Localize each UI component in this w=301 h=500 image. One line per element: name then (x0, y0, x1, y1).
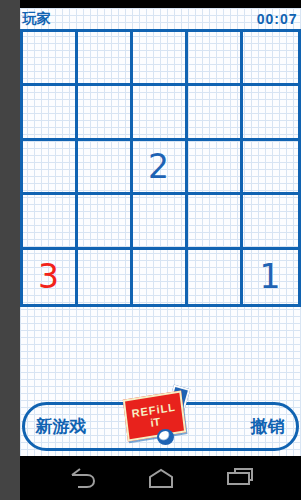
exclamation-dot-icon (157, 429, 174, 445)
grid-cell-r3c1[interactable] (23, 141, 78, 195)
grid-cell-r3c3[interactable]: 2 (133, 141, 188, 195)
logo-flag: REFiLL iT (122, 391, 185, 442)
grid-cell-r1c4[interactable] (188, 32, 243, 86)
grid-cell-r3c2[interactable] (78, 141, 133, 195)
undo-button[interactable]: 撤销 (251, 415, 285, 438)
grid-cell-r1c3[interactable] (133, 32, 188, 86)
grid-cell-r2c4[interactable] (188, 86, 243, 140)
board: 231 (20, 29, 301, 307)
back-icon[interactable] (68, 466, 98, 490)
logo-text-line2: iT (149, 415, 160, 428)
grid-cell-r3c4[interactable] (188, 141, 243, 195)
phone-screen: 玩家 00:07 231 新游戏 撤销 REFiLL iT (20, 0, 301, 500)
home-icon[interactable] (146, 466, 176, 490)
grid-cell-r3c5[interactable] (243, 141, 298, 195)
grid-cell-r2c3[interactable] (133, 86, 188, 140)
grid-cell-r5c2[interactable] (78, 250, 133, 304)
grid-cell-r2c2[interactable] (78, 86, 133, 140)
new-game-button[interactable]: 新游戏 (36, 415, 87, 438)
grid-cell-r4c1[interactable] (23, 195, 78, 249)
grid-cell-r2c1[interactable] (23, 86, 78, 140)
grid-cell-r1c5[interactable] (243, 32, 298, 86)
grid-cell-r5c4[interactable] (188, 250, 243, 304)
grid-cell-r1c1[interactable] (23, 32, 78, 86)
recents-icon[interactable] (225, 466, 255, 490)
refill-it-logo[interactable]: REFiLL iT (124, 385, 200, 453)
grid-cell-r4c4[interactable] (188, 195, 243, 249)
grid-cell-r4c2[interactable] (78, 195, 133, 249)
grid-cell-r4c3[interactable] (133, 195, 188, 249)
game-timer: 00:07 (257, 11, 298, 27)
android-nav-bar (20, 456, 301, 500)
grid-cell-r1c2[interactable] (78, 32, 133, 86)
grid-cell-r5c1[interactable]: 3 (23, 250, 78, 304)
grid-cell-r5c3[interactable] (133, 250, 188, 304)
player-label: 玩家 (23, 10, 51, 28)
status-bar (20, 0, 301, 8)
grid-cell-r4c5[interactable] (243, 195, 298, 249)
grid-cell-r5c5[interactable]: 1 (243, 250, 298, 304)
grid-cell-r2c5[interactable] (243, 86, 298, 140)
header: 玩家 00:07 (20, 8, 301, 29)
